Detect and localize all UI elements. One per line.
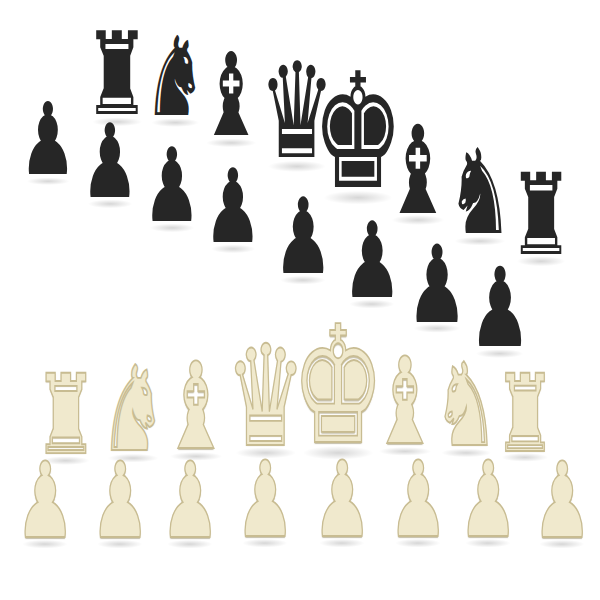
black-pawn-7: ♟ xyxy=(406,230,468,338)
black-pawn-1: ♟ xyxy=(19,90,76,190)
black-bishop-1: ♝ xyxy=(198,39,264,154)
white-pawn-8: ♟ xyxy=(532,449,592,554)
chess-set-product-photo: ♜♞♝♛♚♝♞♜♟♟♟♟♟♟♟♟♜♞♝♛♚♝♞♜♟♟♟♟♟♟♟♟ xyxy=(0,0,600,600)
pieces-layer: ♜♞♝♛♚♝♞♜♟♟♟♟♟♟♟♟♜♞♝♛♚♝♞♜♟♟♟♟♟♟♟♟ xyxy=(0,0,600,600)
black-pawn-5: ♟ xyxy=(273,185,333,290)
white-pawn-7: ♟ xyxy=(458,448,518,553)
black-pawn-4: ♟ xyxy=(204,156,263,259)
white-pawn-1: ♟ xyxy=(15,449,75,554)
white-pawn-2: ♟ xyxy=(90,449,150,554)
white-pawn-5: ♟ xyxy=(312,448,372,553)
white-pawn-4: ♟ xyxy=(235,448,295,553)
white-pawn-6: ♟ xyxy=(388,448,448,553)
black-pawn-3: ♟ xyxy=(143,135,202,238)
black-pawn-2: ♟ xyxy=(81,111,140,214)
white-pawn-3: ♟ xyxy=(160,449,220,554)
